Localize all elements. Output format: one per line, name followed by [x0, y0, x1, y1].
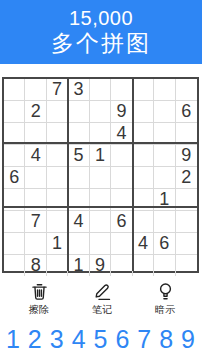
cell-r4c9[interactable]: 9 — [176, 145, 197, 167]
cell-r8c1[interactable] — [4, 233, 25, 255]
cell-r8c6[interactable] — [111, 233, 132, 255]
numpad-4[interactable]: 4 — [68, 324, 90, 354]
cell-r7c2[interactable]: 7 — [25, 211, 46, 233]
cell-r1c6[interactable] — [111, 79, 132, 101]
cell-r7c5[interactable] — [90, 211, 111, 233]
cell-r7c8[interactable] — [154, 211, 175, 233]
cell-r2c6[interactable]: 9 — [111, 101, 132, 123]
cell-r1c5[interactable] — [90, 79, 111, 101]
cell-r7c1[interactable] — [4, 211, 25, 233]
cell-r4c5[interactable]: 1 — [90, 145, 111, 167]
hint-label: 暗示 — [155, 303, 175, 317]
cell-r5c5[interactable] — [90, 167, 111, 189]
cell-r4c8[interactable] — [154, 145, 175, 167]
cell-r5c3[interactable] — [47, 167, 68, 189]
cell-r8c3[interactable]: 1 — [47, 233, 68, 255]
cell-r2c2[interactable]: 2 — [25, 101, 46, 123]
cell-r4c4[interactable]: 5 — [68, 145, 89, 167]
cell-r8c8[interactable]: 6 — [154, 233, 175, 255]
trash-icon — [29, 281, 50, 302]
notes-label: 笔记 — [92, 303, 112, 317]
numpad-5[interactable]: 5 — [90, 324, 112, 354]
header-banner: 15,000 多个拼图 — [0, 0, 202, 64]
erase-button[interactable]: 擦除 — [19, 281, 59, 317]
numpad-3[interactable]: 3 — [46, 324, 68, 354]
numpad-9[interactable]: 9 — [177, 324, 199, 354]
cell-r9c7[interactable] — [133, 255, 154, 276]
hint-button[interactable]: 暗示 — [145, 281, 185, 317]
cell-r1c9[interactable] — [176, 79, 197, 101]
cell-r8c9[interactable] — [176, 233, 197, 255]
cell-r5c7[interactable] — [133, 167, 154, 189]
cell-r9c5[interactable]: 9 — [90, 255, 111, 276]
cell-r8c2[interactable] — [25, 233, 46, 255]
cell-r4c3[interactable] — [47, 145, 68, 167]
cell-r2c7[interactable] — [133, 101, 154, 123]
cell-r4c2[interactable]: 4 — [25, 145, 46, 167]
numpad-1[interactable]: 1 — [2, 324, 24, 354]
cell-r5c9[interactable]: 2 — [176, 167, 197, 189]
cell-r2c3[interactable] — [47, 101, 68, 123]
block-divider — [4, 206, 197, 208]
block-divider — [132, 79, 134, 271]
cell-r5c1[interactable]: 6 — [4, 167, 25, 189]
cell-r7c9[interactable] — [176, 211, 197, 233]
cell-r2c4[interactable] — [68, 101, 89, 123]
header-count: 15,000 — [69, 7, 133, 31]
cell-r8c4[interactable] — [68, 233, 89, 255]
cell-r5c4[interactable] — [68, 167, 89, 189]
numpad-2[interactable]: 2 — [24, 324, 46, 354]
cell-r2c1[interactable] — [4, 101, 25, 123]
cell-r1c8[interactable] — [154, 79, 175, 101]
cell-r9c3[interactable] — [47, 255, 68, 276]
cell-r9c8[interactable] — [154, 255, 175, 276]
cell-r2c9[interactable]: 6 — [176, 101, 197, 123]
notes-button[interactable]: 笔记 — [82, 281, 122, 317]
block-divider — [4, 142, 197, 144]
sudoku-grid: 7329644519621746146819 — [4, 79, 197, 271]
number-pad: 123456789 — [2, 324, 199, 354]
cell-r9c9[interactable] — [176, 255, 197, 276]
cell-r5c8[interactable] — [154, 167, 175, 189]
erase-label: 擦除 — [29, 303, 49, 317]
cell-r7c7[interactable] — [133, 211, 154, 233]
cell-r1c1[interactable] — [4, 79, 25, 101]
numpad-6[interactable]: 6 — [111, 324, 133, 354]
toolbar: 擦除 笔记 暗示 — [0, 281, 202, 317]
numpad-7[interactable]: 7 — [133, 324, 155, 354]
block-divider — [67, 79, 69, 271]
cell-r2c8[interactable] — [154, 101, 175, 123]
cell-r8c7[interactable]: 4 — [133, 233, 154, 255]
cell-r2c5[interactable] — [90, 101, 111, 123]
cell-r4c6[interactable] — [111, 145, 132, 167]
pencil-icon — [92, 281, 113, 302]
cell-r1c2[interactable] — [25, 79, 46, 101]
cell-r4c1[interactable] — [4, 145, 25, 167]
header-subtitle: 多个拼图 — [51, 30, 151, 57]
cell-r9c2[interactable]: 8 — [25, 255, 46, 276]
cell-r7c3[interactable] — [47, 211, 68, 233]
cell-r9c6[interactable] — [111, 255, 132, 276]
bulb-icon — [155, 281, 176, 302]
cell-r1c3[interactable]: 7 — [47, 79, 68, 101]
cell-r9c4[interactable]: 1 — [68, 255, 89, 276]
cell-r5c6[interactable] — [111, 167, 132, 189]
numpad-8[interactable]: 8 — [155, 324, 177, 354]
cell-r7c6[interactable]: 6 — [111, 211, 132, 233]
cell-r8c5[interactable] — [90, 233, 111, 255]
cell-r1c7[interactable] — [133, 79, 154, 101]
cell-r9c1[interactable] — [4, 255, 25, 276]
cell-r1c4[interactable]: 3 — [68, 79, 89, 101]
cell-r7c4[interactable]: 4 — [68, 211, 89, 233]
cell-r4c7[interactable] — [133, 145, 154, 167]
cell-r5c2[interactable] — [25, 167, 46, 189]
sudoku-board: 7329644519621746146819 — [2, 77, 199, 273]
